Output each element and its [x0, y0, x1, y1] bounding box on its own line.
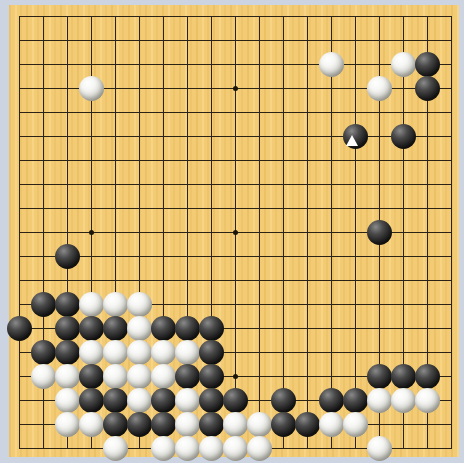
white-stone — [367, 76, 392, 101]
black-stone — [103, 388, 128, 413]
white-stone — [55, 364, 80, 389]
white-stone — [391, 388, 416, 413]
white-stone — [175, 340, 200, 365]
black-stone — [343, 388, 368, 413]
white-stone — [127, 364, 152, 389]
black-stone — [367, 364, 392, 389]
white-stone — [319, 412, 344, 437]
black-stone — [271, 412, 296, 437]
black-stone — [391, 364, 416, 389]
white-stone — [127, 340, 152, 365]
black-stone — [271, 388, 296, 413]
black-stone — [223, 388, 248, 413]
white-stone — [247, 412, 272, 437]
white-stone — [103, 364, 128, 389]
white-stone — [223, 412, 248, 437]
star-point — [233, 86, 238, 91]
black-stone — [199, 388, 224, 413]
go-board[interactable] — [9, 5, 459, 457]
white-stone — [367, 436, 392, 461]
black-stone — [103, 316, 128, 341]
black-stone — [415, 76, 440, 101]
black-stone — [79, 388, 104, 413]
white-stone — [175, 412, 200, 437]
white-stone — [79, 412, 104, 437]
white-stone — [55, 412, 80, 437]
white-stone — [415, 388, 440, 413]
white-stone — [55, 388, 80, 413]
white-stone — [151, 436, 176, 461]
white-stone — [199, 436, 224, 461]
white-stone — [223, 436, 248, 461]
white-stone — [151, 340, 176, 365]
black-stone — [343, 124, 368, 149]
black-stone — [151, 388, 176, 413]
white-stone — [175, 388, 200, 413]
black-stone — [199, 364, 224, 389]
white-stone — [103, 340, 128, 365]
black-stone — [31, 292, 56, 317]
black-stone — [151, 316, 176, 341]
black-stone — [79, 364, 104, 389]
white-stone — [79, 292, 104, 317]
black-stone — [175, 364, 200, 389]
black-stone — [151, 412, 176, 437]
star-point — [89, 230, 94, 235]
black-stone — [127, 412, 152, 437]
white-stone — [31, 364, 56, 389]
white-stone — [247, 436, 272, 461]
white-stone — [103, 292, 128, 317]
white-stone — [79, 340, 104, 365]
star-point — [233, 230, 238, 235]
white-stone — [151, 364, 176, 389]
black-stone — [295, 412, 320, 437]
black-stone — [79, 316, 104, 341]
star-point — [233, 374, 238, 379]
black-stone — [199, 340, 224, 365]
black-stone — [55, 292, 80, 317]
white-stone — [127, 292, 152, 317]
black-stone — [55, 244, 80, 269]
white-stone — [127, 316, 152, 341]
white-stone — [127, 388, 152, 413]
black-stone — [55, 316, 80, 341]
white-stone — [343, 412, 368, 437]
white-stone — [79, 76, 104, 101]
black-stone — [319, 388, 344, 413]
black-stone — [391, 124, 416, 149]
black-stone — [199, 412, 224, 437]
last-move-triangle-marker — [346, 135, 358, 146]
white-stone — [175, 436, 200, 461]
white-stone — [319, 52, 344, 77]
go-game-screenshot: { "game": "go", "board": { "size": 19, "… — [0, 0, 464, 463]
black-stone — [175, 316, 200, 341]
black-stone — [55, 340, 80, 365]
black-stone — [415, 52, 440, 77]
white-stone — [367, 388, 392, 413]
black-stone — [367, 220, 392, 245]
black-stone — [7, 316, 32, 341]
white-stone — [391, 52, 416, 77]
black-stone — [103, 412, 128, 437]
white-stone — [103, 436, 128, 461]
black-stone — [31, 340, 56, 365]
black-stone — [199, 316, 224, 341]
black-stone — [415, 364, 440, 389]
